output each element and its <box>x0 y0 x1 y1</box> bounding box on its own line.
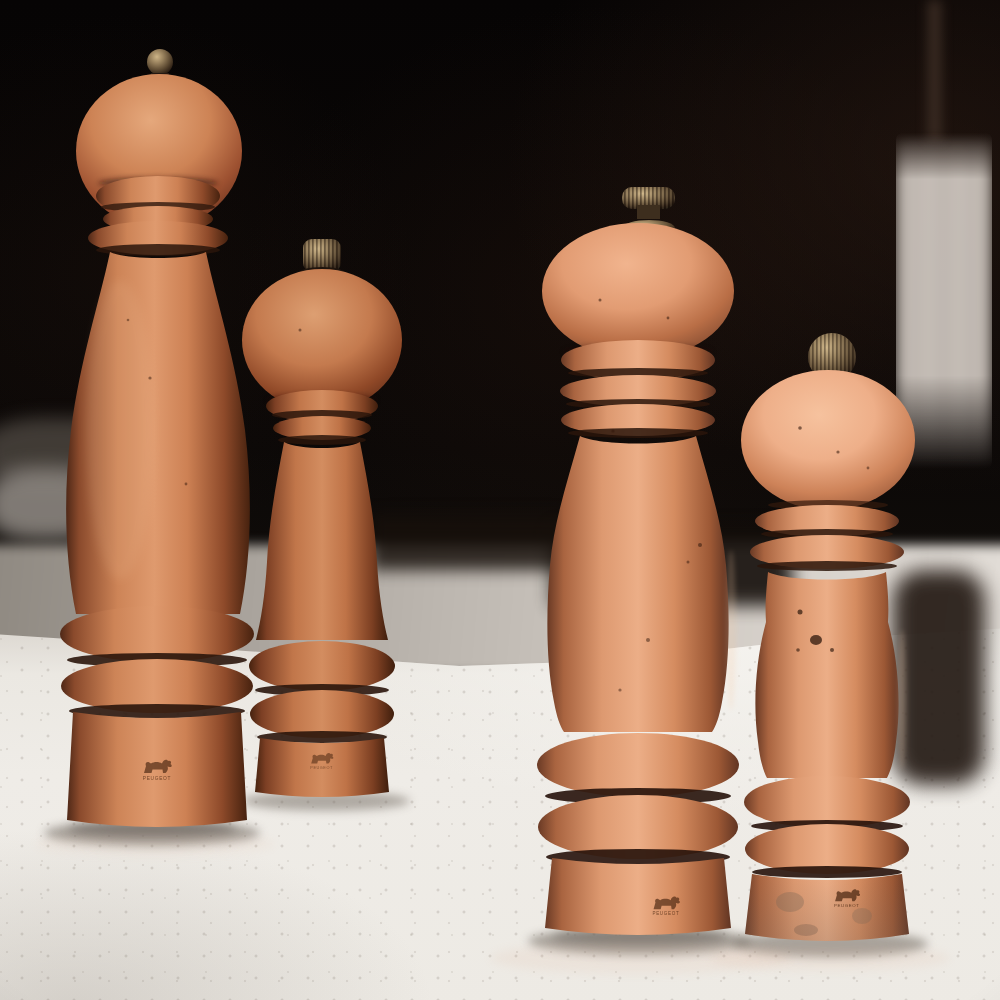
mill4-neck-rings <box>750 505 904 571</box>
pepper-mills-group: PEUGEOT <box>0 0 1000 1000</box>
peugeot-wordmark: PEUGEOT <box>310 766 333 770</box>
peugeot-wordmark: PEUGEOT <box>143 776 171 781</box>
mill3-base <box>545 858 731 935</box>
mill4-head <box>741 370 915 510</box>
mill1-base-rings <box>60 606 254 718</box>
pepper-mill-1: PEUGEOT <box>60 49 254 827</box>
mill3-head <box>542 223 734 359</box>
pepper-mill-2: PEUGEOT <box>242 239 402 797</box>
mill3-base-rings <box>537 733 739 865</box>
mill4-base-rings <box>744 776 910 878</box>
mill4-base <box>745 874 909 941</box>
mill2-body <box>256 442 388 640</box>
mill2-neck-rings <box>266 390 378 445</box>
peugeot-wordmark: PEUGEOT <box>652 911 679 916</box>
mill1-neck-rings <box>88 176 228 256</box>
pepper-mill-3: PEUGEOT <box>537 187 739 935</box>
mill2-base-rings <box>249 641 395 743</box>
mill4-body <box>755 572 898 778</box>
peugeot-wordmark: PEUGEOT <box>834 903 860 908</box>
mill3-body <box>547 436 728 732</box>
mill2-head <box>242 269 402 411</box>
scene: PEUGEOT <box>0 0 1000 1000</box>
pepper-mill-4: PEUGEOT <box>741 333 915 941</box>
mill3-neck-rings <box>560 340 716 438</box>
